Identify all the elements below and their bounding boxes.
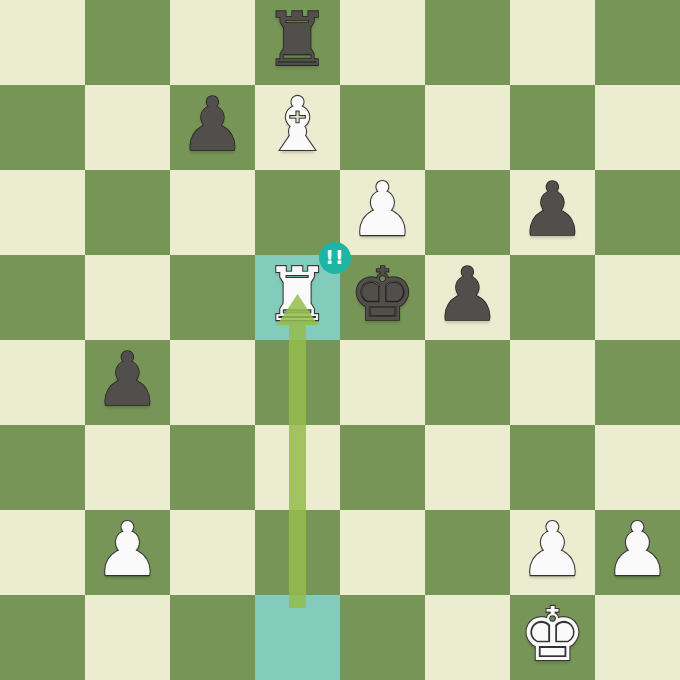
piece-white-pawn[interactable]: ♟: [349, 167, 415, 252]
square-g1[interactable]: ♚: [510, 595, 595, 680]
square-a4[interactable]: [0, 340, 85, 425]
square-a2[interactable]: [0, 510, 85, 595]
square-b2[interactable]: ♟: [85, 510, 170, 595]
piece-white-king[interactable]: ♚: [519, 592, 585, 677]
square-h5[interactable]: [595, 255, 680, 340]
square-g4[interactable]: [510, 340, 595, 425]
square-g6[interactable]: ♟: [510, 170, 595, 255]
piece-black-pawn[interactable]: ♟: [519, 167, 585, 252]
square-g5[interactable]: [510, 255, 595, 340]
square-d1[interactable]: [255, 595, 340, 680]
square-b7[interactable]: [85, 85, 170, 170]
square-b8[interactable]: [85, 0, 170, 85]
piece-white-rook[interactable]: ♜: [264, 252, 330, 337]
square-g8[interactable]: [510, 0, 595, 85]
board-grid: ♜♟♝♟♟♜♚♟♟♟♟♟♚: [0, 0, 680, 680]
square-f5[interactable]: ♟: [425, 255, 510, 340]
square-f7[interactable]: [425, 85, 510, 170]
square-h6[interactable]: [595, 170, 680, 255]
square-e5[interactable]: ♚: [340, 255, 425, 340]
square-e1[interactable]: [340, 595, 425, 680]
square-g7[interactable]: [510, 85, 595, 170]
square-e7[interactable]: [340, 85, 425, 170]
piece-black-pawn[interactable]: ♟: [179, 82, 245, 167]
square-c2[interactable]: [170, 510, 255, 595]
piece-white-pawn[interactable]: ♟: [604, 507, 670, 592]
square-b3[interactable]: [85, 425, 170, 510]
square-e8[interactable]: [340, 0, 425, 85]
square-h1[interactable]: [595, 595, 680, 680]
square-c6[interactable]: [170, 170, 255, 255]
square-b1[interactable]: [85, 595, 170, 680]
square-d6[interactable]: [255, 170, 340, 255]
square-f3[interactable]: [425, 425, 510, 510]
square-a6[interactable]: [0, 170, 85, 255]
square-f2[interactable]: [425, 510, 510, 595]
square-a5[interactable]: [0, 255, 85, 340]
square-a8[interactable]: [0, 0, 85, 85]
square-b4[interactable]: ♟: [85, 340, 170, 425]
square-h7[interactable]: [595, 85, 680, 170]
piece-black-pawn[interactable]: ♟: [94, 337, 160, 422]
piece-black-rook[interactable]: ♜: [264, 0, 330, 82]
square-h3[interactable]: [595, 425, 680, 510]
square-d7[interactable]: ♝: [255, 85, 340, 170]
chess-board: ♜♟♝♟♟♜♚♟♟♟♟♟♚ !!: [0, 0, 680, 680]
square-h8[interactable]: [595, 0, 680, 85]
square-d3[interactable]: [255, 425, 340, 510]
square-c4[interactable]: [170, 340, 255, 425]
piece-black-king[interactable]: ♚: [349, 252, 415, 337]
square-e2[interactable]: [340, 510, 425, 595]
square-c3[interactable]: [170, 425, 255, 510]
square-d2[interactable]: [255, 510, 340, 595]
square-d5[interactable]: ♜: [255, 255, 340, 340]
square-c8[interactable]: [170, 0, 255, 85]
square-a7[interactable]: [0, 85, 85, 170]
square-h2[interactable]: ♟: [595, 510, 680, 595]
square-c1[interactable]: [170, 595, 255, 680]
square-e6[interactable]: ♟: [340, 170, 425, 255]
square-h4[interactable]: [595, 340, 680, 425]
square-a1[interactable]: [0, 595, 85, 680]
square-b5[interactable]: [85, 255, 170, 340]
square-f8[interactable]: [425, 0, 510, 85]
piece-white-bishop[interactable]: ♝: [264, 82, 330, 167]
square-e3[interactable]: [340, 425, 425, 510]
square-b6[interactable]: [85, 170, 170, 255]
square-e4[interactable]: [340, 340, 425, 425]
square-a3[interactable]: [0, 425, 85, 510]
square-d4[interactable]: [255, 340, 340, 425]
square-d8[interactable]: ♜: [255, 0, 340, 85]
square-f4[interactable]: [425, 340, 510, 425]
piece-black-pawn[interactable]: ♟: [434, 252, 500, 337]
square-g3[interactable]: [510, 425, 595, 510]
square-c7[interactable]: ♟: [170, 85, 255, 170]
piece-white-pawn[interactable]: ♟: [519, 507, 585, 592]
square-g2[interactable]: ♟: [510, 510, 595, 595]
square-c5[interactable]: [170, 255, 255, 340]
piece-white-pawn[interactable]: ♟: [94, 507, 160, 592]
square-f6[interactable]: [425, 170, 510, 255]
square-f1[interactable]: [425, 595, 510, 680]
